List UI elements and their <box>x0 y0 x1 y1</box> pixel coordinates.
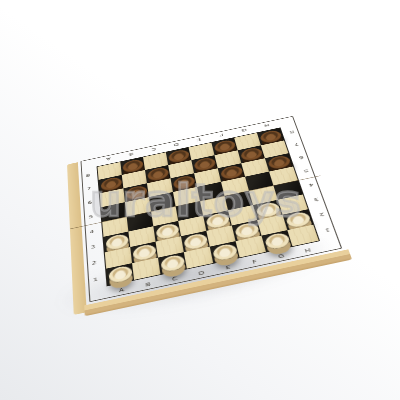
light-piece[interactable]: ● <box>211 242 237 261</box>
light-piece[interactable]: ● <box>108 264 132 284</box>
light-piece[interactable]: ● <box>263 231 290 250</box>
light-piece[interactable]: ● <box>160 253 185 272</box>
rank-label: 1 <box>89 270 103 290</box>
product-photo-background: ABCDEFGH ABCDEFGH 87654321 87654321 ●●●●… <box>0 0 400 400</box>
rank-label: 1 <box>318 221 336 240</box>
